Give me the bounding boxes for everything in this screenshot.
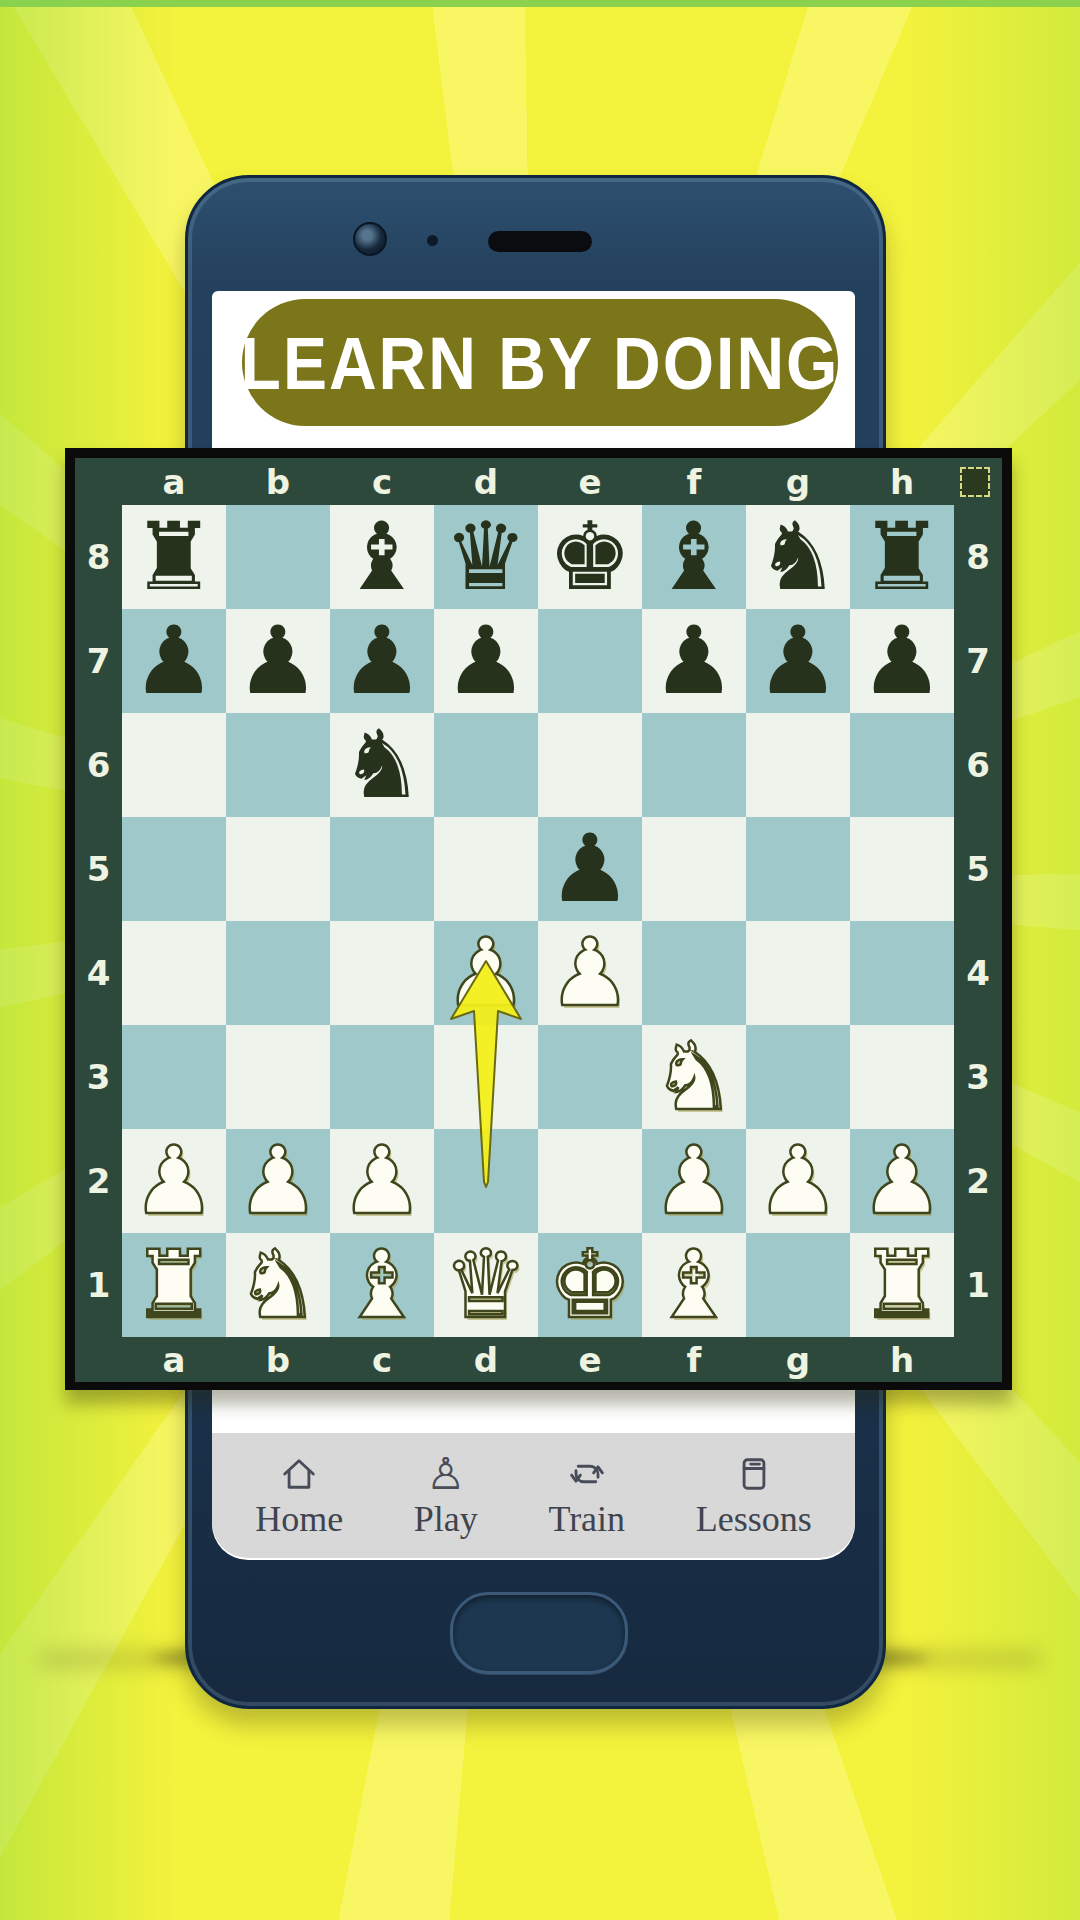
square-a4[interactable] bbox=[122, 921, 226, 1025]
file-label-c: c bbox=[330, 458, 434, 505]
white-bishop-f1: ♝ bbox=[652, 1238, 736, 1332]
file-label-c: c bbox=[330, 1337, 434, 1382]
square-f4[interactable] bbox=[642, 921, 746, 1025]
black-pawn-h7: ♟ bbox=[860, 614, 944, 708]
square-b8[interactable] bbox=[226, 505, 330, 609]
white-king-e1: ♚ bbox=[548, 1238, 632, 1332]
black-bishop-f8: ♝ bbox=[652, 510, 736, 604]
file-label-f: f bbox=[642, 1337, 746, 1382]
board-border: abcdefgh abcdefgh 87654321 87654321 ♜♝♛♚… bbox=[75, 458, 1002, 1382]
pawn-icon: ♙ bbox=[424, 1452, 468, 1496]
square-b2[interactable]: ♟ bbox=[226, 1129, 330, 1233]
file-label-d: d bbox=[434, 458, 538, 505]
file-label-h: h bbox=[850, 1337, 954, 1382]
square-d1[interactable]: ♛ bbox=[434, 1233, 538, 1337]
black-pawn-b7: ♟ bbox=[236, 614, 320, 708]
square-e1[interactable]: ♚ bbox=[538, 1233, 642, 1337]
rank-label-3: 3 bbox=[75, 1025, 122, 1129]
black-pawn-d7: ♟ bbox=[444, 614, 528, 708]
white-rook-a1: ♜ bbox=[132, 1238, 216, 1332]
file-label-b: b bbox=[226, 458, 330, 505]
file-label-g: g bbox=[746, 458, 850, 505]
white-knight-b1: ♞ bbox=[236, 1238, 320, 1332]
repeat-arrows-icon bbox=[565, 1452, 609, 1496]
nav-item-lessons[interactable]: Lessons bbox=[696, 1452, 812, 1540]
rank-label-5: 5 bbox=[75, 817, 122, 921]
square-b4[interactable] bbox=[226, 921, 330, 1025]
nav-item-train[interactable]: Train bbox=[548, 1452, 625, 1540]
square-h2[interactable]: ♟ bbox=[850, 1129, 954, 1233]
square-g2[interactable]: ♟ bbox=[746, 1129, 850, 1233]
file-labels-bottom: abcdefgh bbox=[122, 1337, 954, 1382]
rank-label-4: 4 bbox=[954, 921, 1002, 1025]
square-a6[interactable] bbox=[122, 713, 226, 817]
square-b5[interactable] bbox=[226, 817, 330, 921]
black-knight-c6: ♞ bbox=[340, 718, 424, 812]
screenshot-canvas: LEARN BY DOING Home♙PlayTrainLessons abc… bbox=[0, 0, 1080, 1920]
square-d5[interactable] bbox=[434, 817, 538, 921]
square-b6[interactable] bbox=[226, 713, 330, 817]
black-pawn-a7: ♟ bbox=[132, 614, 216, 708]
rank-label-8: 8 bbox=[75, 505, 122, 609]
square-g3[interactable] bbox=[746, 1025, 850, 1129]
phone-home-button[interactable] bbox=[450, 1592, 628, 1674]
square-b1[interactable]: ♞ bbox=[226, 1233, 330, 1337]
top-green-strip bbox=[0, 0, 1080, 7]
square-g4[interactable] bbox=[746, 921, 850, 1025]
square-b7[interactable]: ♟ bbox=[226, 609, 330, 713]
square-e5[interactable]: ♟ bbox=[538, 817, 642, 921]
white-pawn-h2: ♟ bbox=[860, 1134, 944, 1228]
square-d6[interactable] bbox=[434, 713, 538, 817]
black-bishop-c8: ♝ bbox=[340, 510, 424, 604]
square-h4[interactable] bbox=[850, 921, 954, 1025]
square-a2[interactable]: ♟ bbox=[122, 1129, 226, 1233]
white-queen-d1: ♛ bbox=[444, 1238, 528, 1332]
square-h1[interactable]: ♜ bbox=[850, 1233, 954, 1337]
nav-item-play[interactable]: ♙Play bbox=[414, 1452, 478, 1540]
black-queen-d8: ♛ bbox=[444, 510, 528, 604]
front-camera-icon bbox=[353, 222, 387, 256]
earpiece-speaker bbox=[488, 231, 592, 252]
nav-label-train: Train bbox=[548, 1498, 625, 1540]
square-e2[interactable] bbox=[538, 1129, 642, 1233]
square-c1[interactable]: ♝ bbox=[330, 1233, 434, 1337]
square-d4[interactable]: ♟ bbox=[434, 921, 538, 1025]
file-label-h: h bbox=[850, 458, 954, 505]
rank-label-6: 6 bbox=[75, 713, 122, 817]
file-label-b: b bbox=[226, 1337, 330, 1382]
tagline-text: LEARN BY DOING bbox=[241, 320, 840, 405]
file-label-e: e bbox=[538, 458, 642, 505]
rank-label-8: 8 bbox=[954, 505, 1002, 609]
square-c8[interactable]: ♝ bbox=[330, 505, 434, 609]
square-g6[interactable] bbox=[746, 713, 850, 817]
white-pawn-f2: ♟ bbox=[652, 1134, 736, 1228]
square-e8[interactable]: ♚ bbox=[538, 505, 642, 609]
square-e3[interactable] bbox=[538, 1025, 642, 1129]
square-f7[interactable]: ♟ bbox=[642, 609, 746, 713]
square-f1[interactable]: ♝ bbox=[642, 1233, 746, 1337]
nav-label-lessons: Lessons bbox=[696, 1498, 812, 1540]
square-h5[interactable] bbox=[850, 817, 954, 921]
square-d8[interactable]: ♛ bbox=[434, 505, 538, 609]
square-c5[interactable] bbox=[330, 817, 434, 921]
file-label-a: a bbox=[122, 458, 226, 505]
black-pawn-g7: ♟ bbox=[756, 614, 840, 708]
square-a5[interactable] bbox=[122, 817, 226, 921]
rank-label-1: 1 bbox=[75, 1233, 122, 1337]
white-knight-f3: ♞ bbox=[652, 1030, 736, 1124]
white-bishop-c1: ♝ bbox=[340, 1238, 424, 1332]
nav-label-play: Play bbox=[414, 1498, 478, 1540]
square-e7[interactable] bbox=[538, 609, 642, 713]
rank-label-2: 2 bbox=[954, 1129, 1002, 1233]
square-g7[interactable]: ♟ bbox=[746, 609, 850, 713]
nav-label-home: Home bbox=[255, 1498, 343, 1540]
black-rook-h8: ♜ bbox=[860, 510, 944, 604]
square-g5[interactable] bbox=[746, 817, 850, 921]
square-g8[interactable]: ♞ bbox=[746, 505, 850, 609]
file-label-g: g bbox=[746, 1337, 850, 1382]
square-d7[interactable]: ♟ bbox=[434, 609, 538, 713]
book-icon bbox=[732, 1452, 776, 1496]
square-a8[interactable]: ♜ bbox=[122, 505, 226, 609]
rank-label-7: 7 bbox=[954, 609, 1002, 713]
square-f6[interactable] bbox=[642, 713, 746, 817]
black-king-e8: ♚ bbox=[548, 510, 632, 604]
white-pawn-a2: ♟ bbox=[132, 1134, 216, 1228]
square-e6[interactable] bbox=[538, 713, 642, 817]
square-c3[interactable] bbox=[330, 1025, 434, 1129]
square-c4[interactable] bbox=[330, 921, 434, 1025]
board-settings-icon[interactable] bbox=[960, 467, 990, 497]
black-pawn-c7: ♟ bbox=[340, 614, 424, 708]
file-label-a: a bbox=[122, 1337, 226, 1382]
file-label-e: e bbox=[538, 1337, 642, 1382]
rank-label-7: 7 bbox=[75, 609, 122, 713]
chess-board: abcdefgh abcdefgh 87654321 87654321 ♜♝♛♚… bbox=[65, 448, 1012, 1390]
rank-label-3: 3 bbox=[954, 1025, 1002, 1129]
square-a3[interactable] bbox=[122, 1025, 226, 1129]
square-c6[interactable]: ♞ bbox=[330, 713, 434, 817]
square-a1[interactable]: ♜ bbox=[122, 1233, 226, 1337]
square-h6[interactable] bbox=[850, 713, 954, 817]
home-icon bbox=[277, 1452, 321, 1496]
square-f2[interactable]: ♟ bbox=[642, 1129, 746, 1233]
black-rook-a8: ♜ bbox=[132, 510, 216, 604]
black-pawn-e5: ♟ bbox=[548, 822, 632, 916]
rank-labels-right: 87654321 bbox=[954, 505, 1002, 1337]
square-h8[interactable]: ♜ bbox=[850, 505, 954, 609]
square-b3[interactable] bbox=[226, 1025, 330, 1129]
square-h3[interactable] bbox=[850, 1025, 954, 1129]
rank-label-2: 2 bbox=[75, 1129, 122, 1233]
white-pawn-e4: ♟ bbox=[548, 926, 632, 1020]
square-c2[interactable]: ♟ bbox=[330, 1129, 434, 1233]
board-squares: ♜♝♛♚♝♞♜♟♟♟♟♟♟♟♞♟♟♟♞♟♟♟♟♟♟♜♞♝♛♚♝♜ bbox=[122, 505, 954, 1337]
square-h7[interactable]: ♟ bbox=[850, 609, 954, 713]
square-d2[interactable] bbox=[434, 1129, 538, 1233]
sensor-dot-icon bbox=[427, 235, 438, 246]
square-c7[interactable]: ♟ bbox=[330, 609, 434, 713]
file-label-f: f bbox=[642, 458, 746, 505]
file-labels-top: abcdefgh bbox=[122, 458, 954, 505]
black-pawn-f7: ♟ bbox=[652, 614, 736, 708]
square-f3[interactable]: ♞ bbox=[642, 1025, 746, 1129]
white-rook-h1: ♜ bbox=[860, 1238, 944, 1332]
rank-label-5: 5 bbox=[954, 817, 1002, 921]
black-knight-g8: ♞ bbox=[756, 510, 840, 604]
square-d3[interactable] bbox=[434, 1025, 538, 1129]
white-pawn-d4: ♟ bbox=[444, 926, 528, 1020]
white-pawn-c2: ♟ bbox=[340, 1134, 424, 1228]
file-label-d: d bbox=[434, 1337, 538, 1382]
rank-label-6: 6 bbox=[954, 713, 1002, 817]
rank-labels-left: 87654321 bbox=[75, 505, 122, 1337]
white-pawn-b2: ♟ bbox=[236, 1134, 320, 1228]
rank-label-1: 1 bbox=[954, 1233, 1002, 1337]
square-f5[interactable] bbox=[642, 817, 746, 921]
white-pawn-g2: ♟ bbox=[756, 1134, 840, 1228]
square-g1[interactable] bbox=[746, 1233, 850, 1337]
rank-label-4: 4 bbox=[75, 921, 122, 1025]
square-f8[interactable]: ♝ bbox=[642, 505, 746, 609]
square-a7[interactable]: ♟ bbox=[122, 609, 226, 713]
square-e4[interactable]: ♟ bbox=[538, 921, 642, 1025]
bottom-nav-bar: Home♙PlayTrainLessons bbox=[212, 1433, 855, 1558]
nav-item-home[interactable]: Home bbox=[255, 1452, 343, 1540]
tagline-banner: LEARN BY DOING bbox=[242, 299, 838, 426]
